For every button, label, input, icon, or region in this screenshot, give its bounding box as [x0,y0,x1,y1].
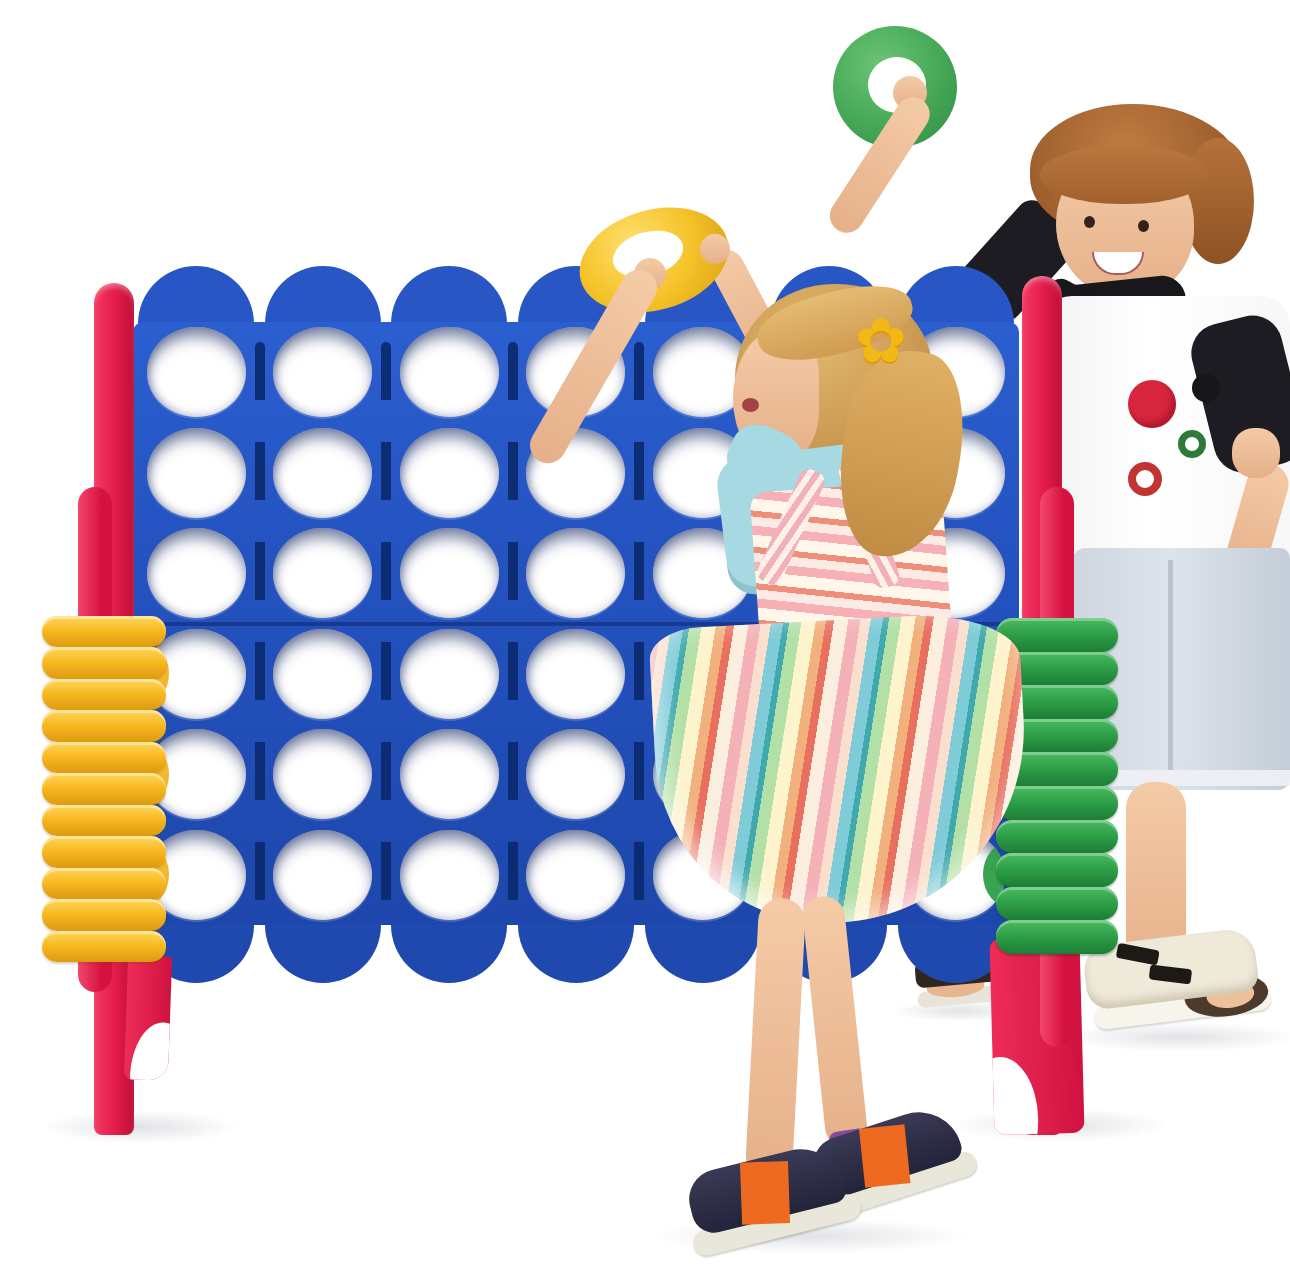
girl-leg [745,897,807,1181]
girl-near-sneaker [677,1136,871,1272]
sneaker-orange-band [740,1161,790,1225]
girl-striped-skirt [648,611,1033,932]
girl-leg [801,894,869,1149]
girl-mouth [742,398,759,412]
giant-connect-four-photo: ✿ [0,0,1290,1272]
sneaker-orange-band [859,1124,911,1187]
girl-player: ✿ [0,0,1290,1272]
girl-flower-scrunchie: ✿ [846,306,916,376]
girl-hand [700,234,730,264]
